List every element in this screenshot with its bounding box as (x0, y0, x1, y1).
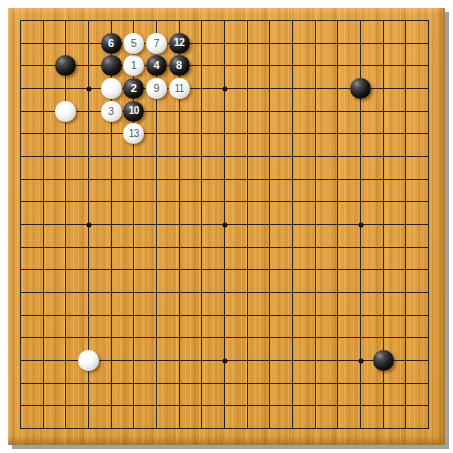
move-number: 6 (108, 38, 114, 49)
stone-black-move-8: 8 (169, 55, 190, 76)
go-board[interactable]: 12345678910111213 (8, 8, 445, 445)
move-number: 2 (131, 83, 137, 94)
stone-black (350, 78, 371, 99)
move-number: 5 (131, 38, 137, 49)
stone-black-move-4: 4 (146, 55, 167, 76)
move-number: 7 (153, 38, 159, 49)
stone-black-move-6: 6 (101, 33, 122, 54)
star-point (222, 222, 227, 227)
star-point (86, 222, 91, 227)
page-background: 12345678910111213 (0, 0, 453, 453)
stone-white-move-13: 13 (123, 123, 144, 144)
star-point (358, 222, 363, 227)
move-number: 4 (153, 60, 159, 71)
stone-white-move-1: 1 (123, 55, 144, 76)
star-point (222, 86, 227, 91)
move-number: 9 (153, 83, 159, 94)
stone-black-move-12: 12 (169, 33, 190, 54)
star-point (86, 86, 91, 91)
stone-white-move-7: 7 (146, 33, 167, 54)
stone-white-move-3: 3 (101, 101, 122, 122)
move-number: 1 (131, 60, 137, 71)
move-number: 8 (176, 60, 182, 71)
move-number: 13 (129, 129, 139, 139)
goban-grid: 12345678910111213 (20, 20, 429, 429)
stone-white-move-9: 9 (146, 78, 167, 99)
move-number: 12 (174, 38, 184, 48)
stone-white (78, 350, 99, 371)
move-number: 10 (129, 106, 139, 116)
stone-black-move-10: 10 (123, 101, 144, 122)
stone-black (373, 350, 394, 371)
stone-white (55, 101, 76, 122)
stone-white-move-11: 11 (169, 78, 190, 99)
move-number: 3 (108, 106, 114, 117)
star-point (222, 358, 227, 363)
stone-black-move-2: 2 (123, 78, 144, 99)
move-number: 11 (174, 84, 183, 94)
star-point (358, 358, 363, 363)
stone-black (55, 55, 76, 76)
stone-white (101, 78, 122, 99)
stone-white-move-5: 5 (123, 33, 144, 54)
stone-black (101, 55, 122, 76)
